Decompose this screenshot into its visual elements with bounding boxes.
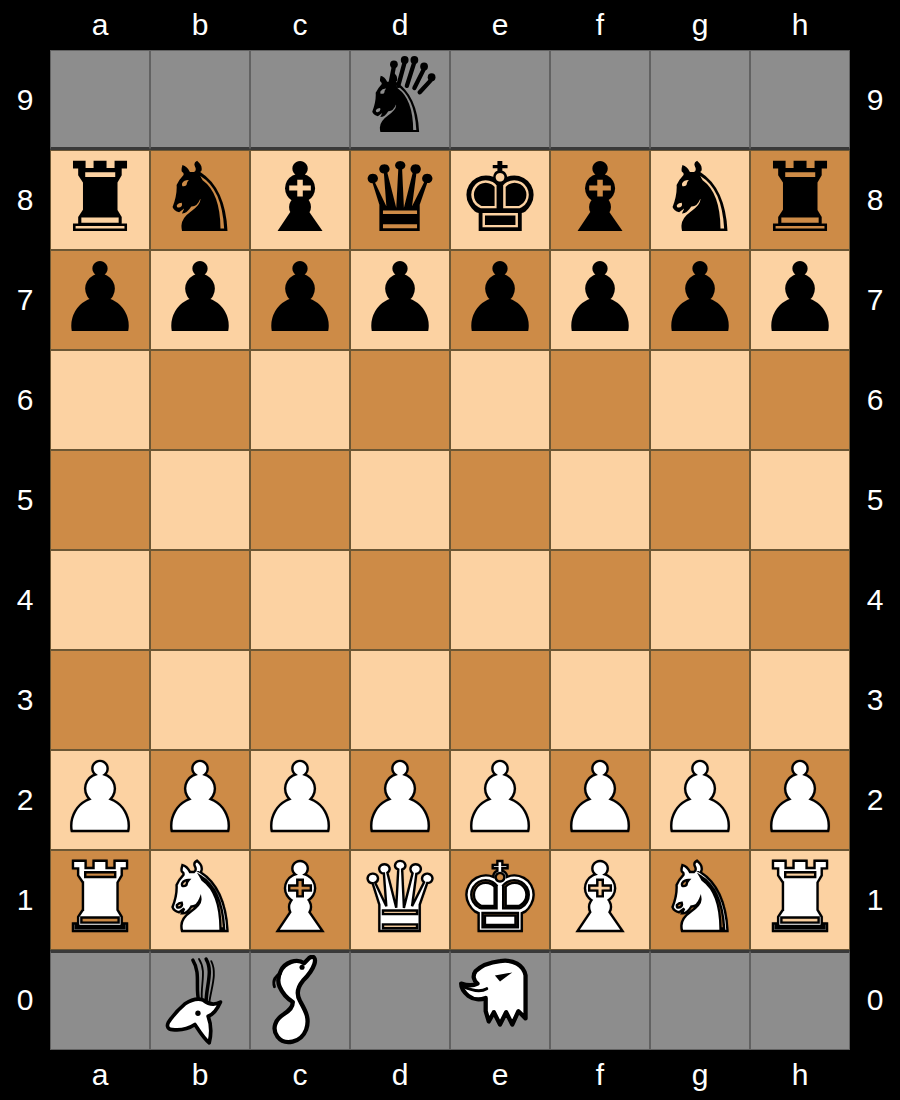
piece-black-pawn[interactable]: ♟ bbox=[357, 250, 443, 346]
square-d4[interactable] bbox=[350, 550, 450, 650]
square-c3[interactable] bbox=[250, 650, 350, 750]
file-label-c: c bbox=[250, 1050, 350, 1100]
square-b8[interactable]: ♞ bbox=[150, 150, 250, 250]
square-f8[interactable]: ♝ bbox=[550, 150, 650, 250]
square-a2[interactable]: ♟ bbox=[50, 750, 150, 850]
square-c1[interactable]: ♝ bbox=[250, 850, 350, 950]
rank-label-9: 9 bbox=[850, 50, 900, 150]
rank-label-0: 0 bbox=[850, 950, 900, 1050]
piece-black-pawn[interactable]: ♟ bbox=[157, 250, 243, 346]
square-a1[interactable]: ♜ bbox=[50, 850, 150, 950]
piece-black-bishop[interactable]: ♝ bbox=[557, 150, 643, 246]
piece-black-knight[interactable]: ♞ bbox=[657, 150, 743, 246]
file-label-h: h bbox=[750, 1050, 850, 1100]
square-c2[interactable]: ♟ bbox=[250, 750, 350, 850]
square-a8[interactable]: ♜ bbox=[50, 150, 150, 250]
square-g3[interactable] bbox=[650, 650, 750, 750]
rank-label-9: 9 bbox=[0, 50, 50, 150]
camel-piece-icon[interactable] bbox=[254, 955, 346, 1047]
square-a7[interactable]: ♟ bbox=[50, 250, 150, 350]
file-label-e: e bbox=[450, 0, 550, 50]
piece-white-pawn[interactable]: ♟ bbox=[157, 750, 243, 846]
square-h4[interactable] bbox=[750, 550, 850, 650]
rank-label-3: 3 bbox=[850, 650, 900, 750]
rank-label-4: 4 bbox=[0, 550, 50, 650]
piece-white-pawn[interactable]: ♟ bbox=[457, 750, 543, 846]
file-label-e: e bbox=[450, 1050, 550, 1100]
rank-labels-right: 9876543210 bbox=[850, 50, 900, 1050]
square-c6[interactable] bbox=[250, 350, 350, 450]
file-label-g: g bbox=[650, 0, 750, 50]
rank-labels-left: 9876543210 bbox=[0, 50, 50, 1050]
file-label-d: d bbox=[350, 1050, 450, 1100]
file-label-c: c bbox=[250, 0, 350, 50]
rank-label-7: 7 bbox=[850, 250, 900, 350]
square-g0[interactable] bbox=[650, 950, 750, 1050]
piece-black-pawn[interactable]: ♟ bbox=[257, 250, 343, 346]
square-b6[interactable] bbox=[150, 350, 250, 450]
square-g5[interactable] bbox=[650, 450, 750, 550]
square-b3[interactable] bbox=[150, 650, 250, 750]
square-e8[interactable]: ♚ bbox=[450, 150, 550, 250]
square-b4[interactable] bbox=[150, 550, 250, 650]
file-label-g: g bbox=[650, 1050, 750, 1100]
square-c5[interactable] bbox=[250, 450, 350, 550]
crowned-knight-piece[interactable]: ♞ bbox=[351, 51, 449, 147]
piece-white-pawn[interactable]: ♟ bbox=[57, 750, 143, 846]
square-b9[interactable] bbox=[150, 50, 250, 150]
square-d8[interactable]: ♛ bbox=[350, 150, 450, 250]
rank-label-3: 3 bbox=[0, 650, 50, 750]
square-b2[interactable]: ♟ bbox=[150, 750, 250, 850]
file-label-d: d bbox=[350, 0, 450, 50]
file-labels-bottom: abcdefgh bbox=[50, 1050, 850, 1100]
piece-black-pawn[interactable]: ♟ bbox=[457, 250, 543, 346]
square-h9[interactable] bbox=[750, 50, 850, 150]
piece-white-pawn[interactable]: ♟ bbox=[557, 750, 643, 846]
rank-label-6: 6 bbox=[0, 350, 50, 450]
rank-label-7: 7 bbox=[0, 250, 50, 350]
square-e0[interactable] bbox=[450, 950, 550, 1050]
square-b7[interactable]: ♟ bbox=[150, 250, 250, 350]
rank-label-2: 2 bbox=[850, 750, 900, 850]
square-g9[interactable] bbox=[650, 50, 750, 150]
square-g8[interactable]: ♞ bbox=[650, 150, 750, 250]
rank-label-0: 0 bbox=[0, 950, 50, 1050]
rank-label-8: 8 bbox=[850, 150, 900, 250]
square-h2[interactable]: ♟ bbox=[750, 750, 850, 850]
square-f1[interactable]: ♝ bbox=[550, 850, 650, 950]
square-g6[interactable] bbox=[650, 350, 750, 450]
square-e1[interactable]: ♚ bbox=[450, 850, 550, 950]
rank-label-5: 5 bbox=[0, 450, 50, 550]
file-label-a: a bbox=[50, 1050, 150, 1100]
square-f0[interactable] bbox=[550, 950, 650, 1050]
file-label-b: b bbox=[150, 0, 250, 50]
square-c9[interactable] bbox=[250, 50, 350, 150]
square-a9[interactable] bbox=[50, 50, 150, 150]
piece-white-rook[interactable]: ♜ bbox=[757, 850, 843, 946]
square-e7[interactable]: ♟ bbox=[450, 250, 550, 350]
square-d0[interactable] bbox=[350, 950, 450, 1050]
square-h1[interactable]: ♜ bbox=[750, 850, 850, 950]
eagle-piece-icon[interactable] bbox=[454, 955, 546, 1047]
piece-black-king[interactable]: ♚ bbox=[457, 150, 543, 246]
piece-white-bishop[interactable]: ♝ bbox=[257, 850, 343, 946]
piece-white-pawn[interactable]: ♟ bbox=[657, 750, 743, 846]
file-label-f: f bbox=[550, 1050, 650, 1100]
file-labels-top: abcdefgh bbox=[50, 0, 850, 50]
square-a6[interactable] bbox=[50, 350, 150, 450]
rank-label-4: 4 bbox=[850, 550, 900, 650]
piece-white-bishop[interactable]: ♝ bbox=[557, 850, 643, 946]
square-b0[interactable] bbox=[150, 950, 250, 1050]
square-d5[interactable] bbox=[350, 450, 450, 550]
piece-black-pawn[interactable]: ♟ bbox=[657, 250, 743, 346]
square-c7[interactable]: ♟ bbox=[250, 250, 350, 350]
square-e3[interactable] bbox=[450, 650, 550, 750]
piece-white-rook[interactable]: ♜ bbox=[57, 850, 143, 946]
file-label-h: h bbox=[750, 0, 850, 50]
square-c4[interactable] bbox=[250, 550, 350, 650]
square-h0[interactable] bbox=[750, 950, 850, 1050]
square-c0[interactable] bbox=[250, 950, 350, 1050]
piece-white-knight[interactable]: ♞ bbox=[157, 850, 243, 946]
piece-black-rook[interactable]: ♜ bbox=[757, 150, 843, 246]
square-d7[interactable]: ♟ bbox=[350, 250, 450, 350]
piece-black-queen[interactable]: ♛ bbox=[357, 150, 443, 246]
chess-board: ♞ ♜♞♝♛♚♝♞♜♟♟♟♟♟♟♟♟♟♟♟♟♟♟♟♟♜♞♝♛♚♝♞♜ bbox=[50, 50, 850, 1050]
square-e4[interactable] bbox=[450, 550, 550, 650]
piece-black-pawn[interactable]: ♟ bbox=[757, 250, 843, 346]
square-g2[interactable]: ♟ bbox=[650, 750, 750, 850]
piece-black-pawn[interactable]: ♟ bbox=[557, 250, 643, 346]
rank-label-8: 8 bbox=[0, 150, 50, 250]
square-b5[interactable] bbox=[150, 450, 250, 550]
rank-label-5: 5 bbox=[850, 450, 900, 550]
square-d3[interactable] bbox=[350, 650, 450, 750]
square-d1[interactable]: ♛ bbox=[350, 850, 450, 950]
square-a0[interactable] bbox=[50, 950, 150, 1050]
square-d9[interactable]: ♞ bbox=[350, 50, 450, 150]
square-e6[interactable] bbox=[450, 350, 550, 450]
square-f6[interactable] bbox=[550, 350, 650, 450]
rank-label-1: 1 bbox=[0, 850, 50, 950]
square-g1[interactable]: ♞ bbox=[650, 850, 750, 950]
square-h8[interactable]: ♜ bbox=[750, 150, 850, 250]
square-d2[interactable]: ♟ bbox=[350, 750, 450, 850]
square-f7[interactable]: ♟ bbox=[550, 250, 650, 350]
square-g4[interactable] bbox=[650, 550, 750, 650]
file-label-a: a bbox=[50, 0, 150, 50]
piece-white-pawn[interactable]: ♟ bbox=[257, 750, 343, 846]
square-h3[interactable] bbox=[750, 650, 850, 750]
square-f5[interactable] bbox=[550, 450, 650, 550]
square-f3[interactable] bbox=[550, 650, 650, 750]
square-b1[interactable]: ♞ bbox=[150, 850, 250, 950]
piece-white-queen[interactable]: ♛ bbox=[357, 850, 443, 946]
rank-label-1: 1 bbox=[850, 850, 900, 950]
square-c8[interactable]: ♝ bbox=[250, 150, 350, 250]
piece-black-knight[interactable]: ♞ bbox=[157, 150, 243, 246]
rank-label-6: 6 bbox=[850, 350, 900, 450]
square-a3[interactable] bbox=[50, 650, 150, 750]
square-h7[interactable]: ♟ bbox=[750, 250, 850, 350]
square-e9[interactable] bbox=[450, 50, 550, 150]
square-e5[interactable] bbox=[450, 450, 550, 550]
square-a4[interactable] bbox=[50, 550, 150, 650]
piece-black-bishop[interactable]: ♝ bbox=[257, 150, 343, 246]
piece-white-king[interactable]: ♚ bbox=[457, 850, 543, 946]
piece-black-pawn[interactable]: ♟ bbox=[57, 250, 143, 346]
square-e2[interactable]: ♟ bbox=[450, 750, 550, 850]
square-f2[interactable]: ♟ bbox=[550, 750, 650, 850]
piece-white-pawn[interactable]: ♟ bbox=[357, 750, 443, 846]
file-label-b: b bbox=[150, 1050, 250, 1100]
piece-black-rook[interactable]: ♜ bbox=[57, 150, 143, 246]
square-h5[interactable] bbox=[750, 450, 850, 550]
piece-white-knight[interactable]: ♞ bbox=[657, 850, 743, 946]
crown-icon bbox=[381, 53, 437, 95]
square-h6[interactable] bbox=[750, 350, 850, 450]
square-f4[interactable] bbox=[550, 550, 650, 650]
piece-white-pawn[interactable]: ♟ bbox=[757, 750, 843, 846]
square-g7[interactable]: ♟ bbox=[650, 250, 750, 350]
gazelle-piece-icon[interactable] bbox=[154, 955, 246, 1047]
square-a5[interactable] bbox=[50, 450, 150, 550]
square-f9[interactable] bbox=[550, 50, 650, 150]
file-label-f: f bbox=[550, 0, 650, 50]
square-d6[interactable] bbox=[350, 350, 450, 450]
rank-label-2: 2 bbox=[0, 750, 50, 850]
